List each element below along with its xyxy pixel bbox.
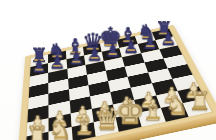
square-b1: ♞ bbox=[49, 127, 72, 140]
piece-white-bishop: ♝ bbox=[71, 111, 96, 139]
square-a1: ♜ bbox=[26, 132, 49, 140]
gold-band-accent bbox=[54, 136, 68, 138]
gold-band-accent bbox=[193, 107, 206, 109]
gold-band-accent bbox=[146, 116, 160, 118]
board-frame: ♜♞♝♛♚♝♞♜♟♟♟♟♟♟♟♟♟♟♟♟♟♟♟♟♜♞♝♛♚♝♞♜ bbox=[17, 25, 216, 140]
gold-band-accent bbox=[35, 68, 44, 70]
piece-black-pawn: ♟ bbox=[50, 53, 66, 71]
piece-black-pawn: ♟ bbox=[142, 34, 158, 52]
gold-band-accent bbox=[53, 65, 62, 67]
gold-band-accent bbox=[170, 112, 184, 114]
gold-band-accent bbox=[108, 53, 117, 55]
square-c1: ♝ bbox=[71, 122, 95, 140]
piece-black-pawn: ♟ bbox=[31, 57, 47, 75]
square-g1: ♞ bbox=[160, 103, 188, 122]
piece-black-pawn: ♟ bbox=[123, 38, 139, 56]
piece-black-pawn: ♟ bbox=[87, 46, 103, 64]
piece-white-knight: ♞ bbox=[165, 93, 189, 120]
piece-black-pawn: ♟ bbox=[105, 42, 121, 60]
piece-white-rook: ♜ bbox=[26, 124, 49, 140]
chess-board-3d: ♜♞♝♛♚♝♞♜♟♟♟♟♟♟♟♟♟♟♟♟♟♟♟♟♜♞♝♛♚♝♞♜ bbox=[17, 25, 216, 140]
piece-black-pawn: ♟ bbox=[160, 30, 176, 48]
gold-band-accent bbox=[72, 61, 81, 63]
square-f1: ♝ bbox=[138, 108, 165, 127]
piece-white-bishop: ♝ bbox=[141, 97, 166, 125]
piece-white-queen: ♛ bbox=[93, 103, 121, 135]
square-d1: ♛ bbox=[93, 117, 118, 136]
gold-band-accent bbox=[77, 131, 91, 133]
gold-band-accent bbox=[122, 121, 139, 123]
gold-band-accent bbox=[164, 41, 173, 43]
piece-white-knight: ♞ bbox=[49, 117, 73, 140]
chess-set-photo: ♜♞♝♛♚♝♞♜♟♟♟♟♟♟♟♟♟♟♟♟♟♟♟♟♜♞♝♛♚♝♞♜ bbox=[0, 0, 216, 140]
square-e7: ♟ bbox=[102, 48, 122, 61]
gold-band-accent bbox=[90, 57, 99, 59]
gold-band-accent bbox=[127, 49, 136, 51]
gold-band-accent bbox=[99, 126, 115, 128]
piece-white-rook: ♜ bbox=[188, 89, 211, 115]
piece-black-pawn: ♟ bbox=[68, 49, 84, 67]
square-b5 bbox=[48, 79, 68, 94]
gold-band-accent bbox=[145, 45, 154, 47]
